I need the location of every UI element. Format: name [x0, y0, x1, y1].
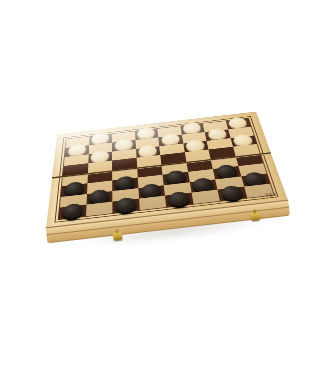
dark-checker-piece	[115, 197, 136, 214]
checkers-board	[28, 45, 290, 244]
board-square	[86, 202, 113, 217]
board-square	[217, 187, 246, 201]
brass-clasp-icon	[113, 232, 123, 241]
dark-checker-piece	[168, 191, 190, 207]
board-square	[139, 196, 167, 210]
board-square	[59, 205, 86, 220]
brass-clasp-icon	[250, 212, 260, 221]
board-square	[191, 190, 220, 204]
board-square	[165, 193, 193, 207]
board-square	[112, 199, 139, 213]
product-photo	[0, 0, 320, 380]
dark-checker-piece	[220, 185, 244, 201]
